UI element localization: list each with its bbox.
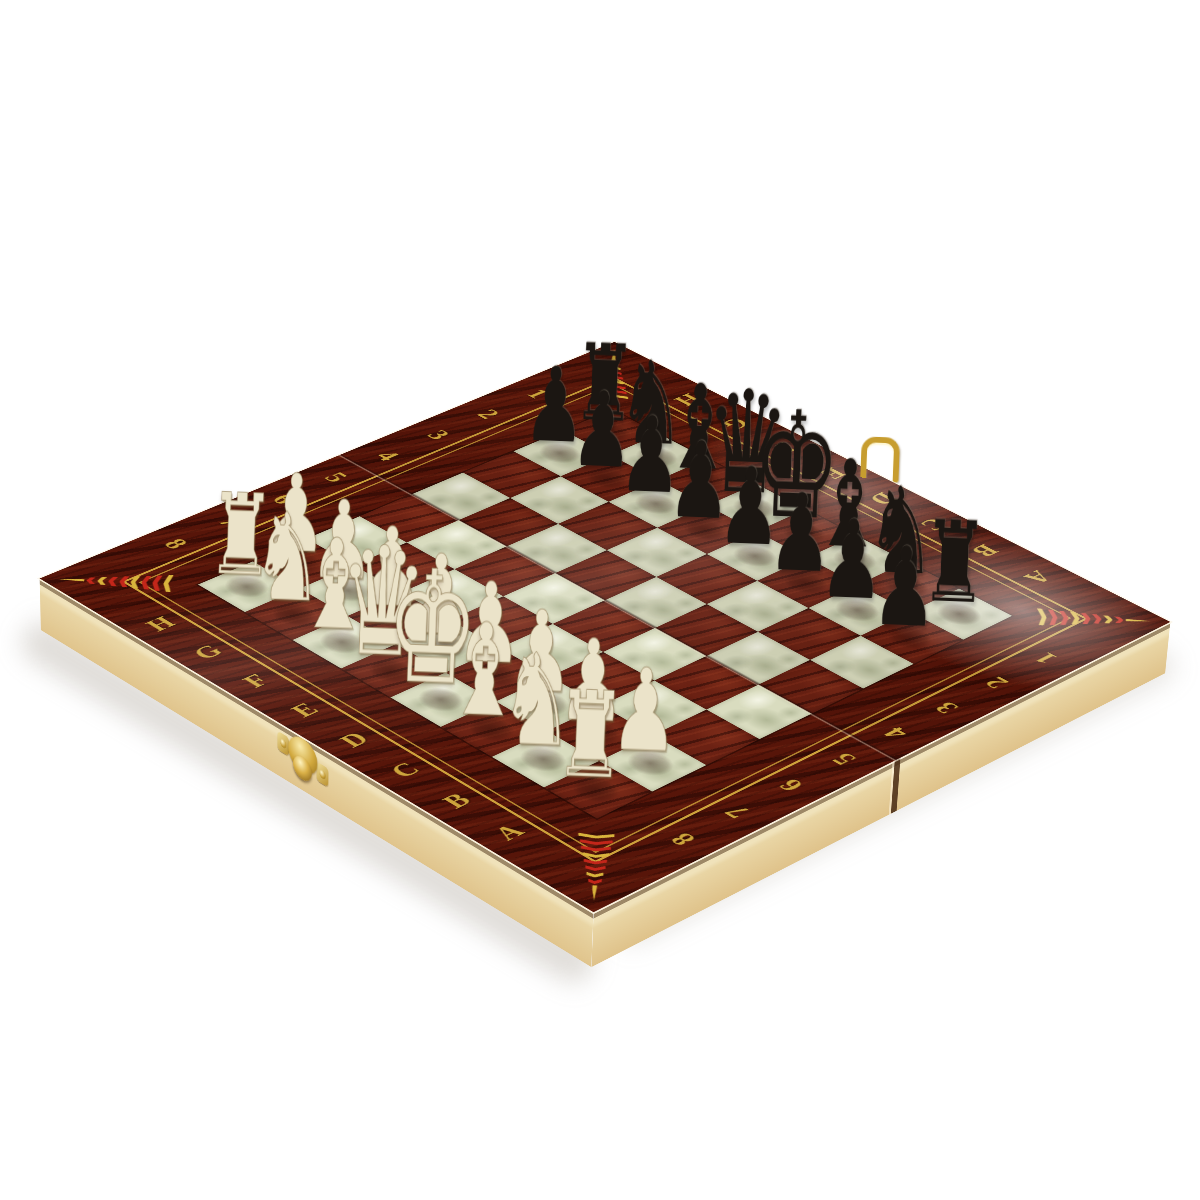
- file-label-near-h: H: [140, 613, 182, 635]
- corner-dart-west: [46, 569, 174, 594]
- rank-label-right-4: 4: [877, 723, 914, 742]
- rank-label-right-8: 8: [664, 829, 703, 850]
- dart-chevron: [578, 833, 615, 840]
- rank-label-right-7: 7: [718, 802, 757, 822]
- dart-chevron: [1037, 608, 1048, 625]
- file-label-near-e: E: [285, 699, 326, 721]
- file-label-near-d: D: [333, 728, 376, 751]
- dart-chevron: [1114, 617, 1124, 624]
- dart-chevron: [600, 384, 626, 389]
- dart-chevron: [601, 380, 624, 385]
- rank-label-right-2: 2: [979, 673, 1016, 692]
- rank-label-right-6: 6: [772, 775, 810, 795]
- dart-chevron: [608, 361, 620, 365]
- dart-chevron: [606, 366, 621, 370]
- file-label-near-g: G: [187, 641, 230, 663]
- square-a5[interactable]: [706, 685, 811, 740]
- dart-chevron: [162, 575, 174, 592]
- dart-chevron: [582, 852, 609, 858]
- file-label-near-c: C: [384, 758, 427, 781]
- corner-dart-east: [1037, 607, 1163, 632]
- dart-needle: [591, 885, 597, 901]
- dart-chevron: [583, 859, 607, 865]
- dart-chevron: [585, 865, 606, 871]
- dart-chevron: [605, 371, 623, 376]
- dart-chevron: [579, 839, 613, 846]
- dart-chevron: [140, 575, 152, 589]
- dart-chevron: [1048, 609, 1059, 625]
- dart-chevron: [1081, 613, 1091, 624]
- dart-chevron: [107, 576, 118, 586]
- dart-chevron: [1103, 615, 1113, 623]
- chess-box: HH11GG22FF33EE44DD55CC66BB77AA88: [40, 342, 1171, 912]
- scene: HH11GG22FF33EE44DD55CC66BB77AA88: [0, 0, 1200, 1200]
- black-pawn[interactable]: ♟: [850, 531, 961, 644]
- corner-dart-south: [572, 833, 618, 908]
- dart-needle: [1125, 619, 1151, 623]
- white-rook[interactable]: ♜: [532, 673, 649, 796]
- page-background: HH11GG22FF33EE44DD55CC66BB77AA88: [0, 0, 1200, 1200]
- file-label-near-a: A: [487, 820, 531, 844]
- square-b4[interactable]: [707, 632, 811, 685]
- dart-chevron: [587, 878, 601, 884]
- corner-dart-north: [594, 345, 633, 399]
- dart-chevron: [118, 576, 129, 587]
- dart-chevron: [97, 577, 108, 585]
- dart-chevron: [86, 577, 96, 584]
- board-tilt-wrapper: HH11GG22FF33EE44DD55CC66BB77AA88: [0, 0, 1200, 1200]
- rank-label-right-3: 3: [928, 698, 965, 717]
- square-a4[interactable]: [759, 660, 863, 714]
- dart-chevron: [129, 576, 140, 589]
- dart-chevron: [1059, 611, 1070, 625]
- dart-needle: [58, 578, 85, 581]
- rank-label-right-5: 5: [825, 749, 863, 769]
- dart-chevron: [581, 846, 611, 852]
- dart-needle: [611, 350, 616, 361]
- file-label-near-f: F: [237, 670, 276, 691]
- dart-chevron: [598, 389, 627, 394]
- dart-chevron: [1092, 614, 1102, 624]
- dart-chevron: [151, 575, 163, 591]
- dart-chevron: [603, 375, 623, 380]
- rank-label-right-1: 1: [1028, 649, 1064, 667]
- dart-chevron: [586, 872, 604, 878]
- file-label-near-b: B: [436, 789, 478, 812]
- dart-chevron: [1070, 612, 1080, 625]
